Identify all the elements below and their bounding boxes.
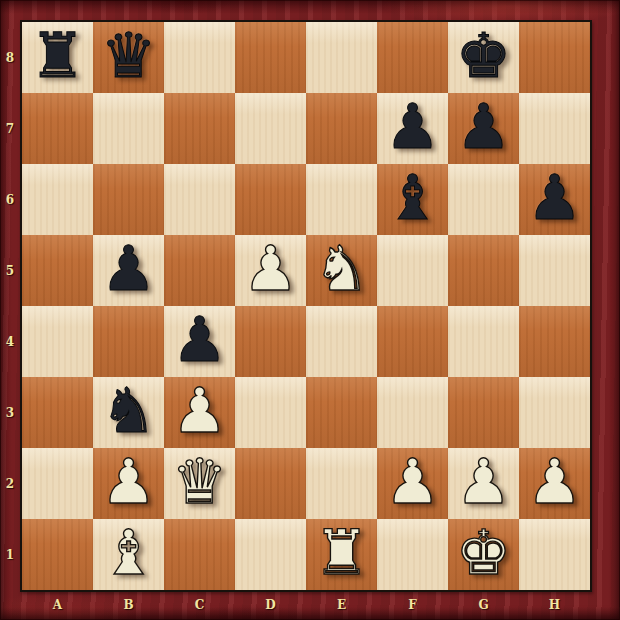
square-h4[interactable] xyxy=(519,306,590,377)
square-c2[interactable]: ♛ xyxy=(164,448,235,519)
square-h1[interactable] xyxy=(519,519,590,590)
piece-white-pawn[interactable]: ♟ xyxy=(243,238,299,300)
square-d3[interactable] xyxy=(235,377,306,448)
square-g2[interactable]: ♟ xyxy=(448,448,519,519)
square-b5[interactable]: ♟ xyxy=(93,235,164,306)
square-a1[interactable] xyxy=(22,519,93,590)
file-label-d: D xyxy=(235,592,306,618)
rank-label-5: 5 xyxy=(0,235,20,306)
square-d5[interactable]: ♟ xyxy=(235,235,306,306)
square-a6[interactable] xyxy=(22,164,93,235)
square-e8[interactable] xyxy=(306,22,377,93)
square-d1[interactable] xyxy=(235,519,306,590)
square-g7[interactable]: ♟ xyxy=(448,93,519,164)
square-g3[interactable] xyxy=(448,377,519,448)
square-b1[interactable]: ♝ xyxy=(93,519,164,590)
chess-board: ♜♛♚♟♟♝♟♟♟♞♟♞♟♟♛♟♟♟♝♜♚ xyxy=(20,20,592,592)
rank-label-7: 7 xyxy=(0,93,20,164)
piece-black-queen[interactable]: ♛ xyxy=(101,25,157,87)
file-label-a: A xyxy=(22,592,93,618)
square-h8[interactable] xyxy=(519,22,590,93)
square-f7[interactable]: ♟ xyxy=(377,93,448,164)
rank-label-6: 6 xyxy=(0,164,20,235)
file-label-g: G xyxy=(448,592,519,618)
piece-white-bishop[interactable]: ♝ xyxy=(101,522,157,584)
file-label-c: C xyxy=(164,592,235,618)
square-b4[interactable] xyxy=(93,306,164,377)
piece-black-pawn[interactable]: ♟ xyxy=(456,96,512,158)
piece-black-pawn[interactable]: ♟ xyxy=(172,309,228,371)
square-d7[interactable] xyxy=(235,93,306,164)
piece-white-pawn[interactable]: ♟ xyxy=(172,380,228,442)
square-e3[interactable] xyxy=(306,377,377,448)
square-d8[interactable] xyxy=(235,22,306,93)
square-h3[interactable] xyxy=(519,377,590,448)
piece-white-king[interactable]: ♚ xyxy=(456,522,512,584)
square-f6[interactable]: ♝ xyxy=(377,164,448,235)
square-d4[interactable] xyxy=(235,306,306,377)
piece-white-pawn[interactable]: ♟ xyxy=(527,451,583,513)
square-b8[interactable]: ♛ xyxy=(93,22,164,93)
square-g1[interactable]: ♚ xyxy=(448,519,519,590)
square-a5[interactable] xyxy=(22,235,93,306)
piece-white-queen[interactable]: ♛ xyxy=(172,451,228,513)
square-h5[interactable] xyxy=(519,235,590,306)
square-a3[interactable] xyxy=(22,377,93,448)
square-g4[interactable] xyxy=(448,306,519,377)
square-e5[interactable]: ♞ xyxy=(306,235,377,306)
square-a7[interactable] xyxy=(22,93,93,164)
square-c5[interactable] xyxy=(164,235,235,306)
square-g6[interactable] xyxy=(448,164,519,235)
file-label-h: H xyxy=(519,592,590,618)
square-b3[interactable]: ♞ xyxy=(93,377,164,448)
square-b7[interactable] xyxy=(93,93,164,164)
square-f3[interactable] xyxy=(377,377,448,448)
square-a8[interactable]: ♜ xyxy=(22,22,93,93)
square-f8[interactable] xyxy=(377,22,448,93)
piece-white-rook[interactable]: ♜ xyxy=(314,522,370,584)
square-f5[interactable] xyxy=(377,235,448,306)
square-d2[interactable] xyxy=(235,448,306,519)
piece-black-bishop[interactable]: ♝ xyxy=(385,167,441,229)
piece-black-king[interactable]: ♚ xyxy=(456,25,512,87)
square-c6[interactable] xyxy=(164,164,235,235)
piece-white-pawn[interactable]: ♟ xyxy=(385,451,441,513)
file-label-e: E xyxy=(306,592,377,618)
square-c4[interactable]: ♟ xyxy=(164,306,235,377)
square-f4[interactable] xyxy=(377,306,448,377)
rank-label-8: 8 xyxy=(0,22,20,93)
rank-label-3: 3 xyxy=(0,377,20,448)
board-frame: ♜♛♚♟♟♝♟♟♟♞♟♞♟♟♛♟♟♟♝♜♚ 87654321 ABCDEFGH xyxy=(0,0,620,620)
square-d6[interactable] xyxy=(235,164,306,235)
piece-black-rook[interactable]: ♜ xyxy=(30,25,86,87)
square-c3[interactable]: ♟ xyxy=(164,377,235,448)
square-f1[interactable] xyxy=(377,519,448,590)
square-g5[interactable] xyxy=(448,235,519,306)
square-e1[interactable]: ♜ xyxy=(306,519,377,590)
square-g8[interactable]: ♚ xyxy=(448,22,519,93)
rank-label-1: 1 xyxy=(0,519,20,590)
piece-white-pawn[interactable]: ♟ xyxy=(101,451,157,513)
square-c1[interactable] xyxy=(164,519,235,590)
square-h2[interactable]: ♟ xyxy=(519,448,590,519)
square-c7[interactable] xyxy=(164,93,235,164)
file-label-f: F xyxy=(377,592,448,618)
square-a2[interactable] xyxy=(22,448,93,519)
square-e6[interactable] xyxy=(306,164,377,235)
square-f2[interactable]: ♟ xyxy=(377,448,448,519)
square-b2[interactable]: ♟ xyxy=(93,448,164,519)
piece-black-knight[interactable]: ♞ xyxy=(101,380,157,442)
file-label-b: B xyxy=(93,592,164,618)
rank-label-2: 2 xyxy=(0,448,20,519)
piece-white-knight[interactable]: ♞ xyxy=(314,238,370,300)
square-c8[interactable] xyxy=(164,22,235,93)
square-b6[interactable] xyxy=(93,164,164,235)
piece-white-pawn[interactable]: ♟ xyxy=(456,451,512,513)
square-e4[interactable] xyxy=(306,306,377,377)
piece-black-pawn[interactable]: ♟ xyxy=(527,167,583,229)
square-e7[interactable] xyxy=(306,93,377,164)
piece-black-pawn[interactable]: ♟ xyxy=(385,96,441,158)
rank-label-4: 4 xyxy=(0,306,20,377)
square-a4[interactable] xyxy=(22,306,93,377)
square-e2[interactable] xyxy=(306,448,377,519)
square-h7[interactable] xyxy=(519,93,590,164)
square-h6[interactable]: ♟ xyxy=(519,164,590,235)
piece-black-pawn[interactable]: ♟ xyxy=(101,238,157,300)
